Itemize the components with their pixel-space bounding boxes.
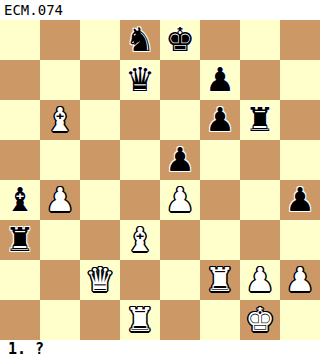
square-d6[interactable] (120, 100, 160, 140)
square-g5[interactable] (240, 140, 280, 180)
square-h7[interactable] (280, 60, 320, 100)
square-a5[interactable] (0, 140, 40, 180)
chess-board: ♞♚♛♟♝♟♜♟♝♟♟♟♜♝♛♜♟♟♜♚ (0, 20, 320, 340)
square-b7[interactable] (40, 60, 80, 100)
black-rook: ♜ (5, 220, 35, 260)
square-g2[interactable]: ♟ (240, 260, 280, 300)
square-f2[interactable]: ♜ (200, 260, 240, 300)
square-f8[interactable] (200, 20, 240, 60)
square-b5[interactable] (40, 140, 80, 180)
white-pawn: ♟ (245, 260, 275, 300)
square-e1[interactable] (160, 300, 200, 340)
chess-diagram: ECM.074 ♞♚♛♟♝♟♜♟♝♟♟♟♜♝♛♜♟♟♜♚ 1. ? (0, 0, 320, 360)
white-rook: ♜ (205, 260, 235, 300)
white-bishop: ♝ (125, 220, 155, 260)
square-e5[interactable]: ♟ (160, 140, 200, 180)
square-f1[interactable] (200, 300, 240, 340)
black-pawn: ♟ (205, 100, 235, 140)
black-rook: ♜ (245, 100, 275, 140)
square-f4[interactable] (200, 180, 240, 220)
white-rook: ♜ (125, 300, 155, 340)
square-c3[interactable] (80, 220, 120, 260)
square-h4[interactable]: ♟ (280, 180, 320, 220)
black-knight: ♞ (125, 20, 155, 60)
black-king: ♚ (165, 20, 195, 60)
square-g3[interactable] (240, 220, 280, 260)
square-b4[interactable]: ♟ (40, 180, 80, 220)
square-e7[interactable] (160, 60, 200, 100)
white-king: ♚ (245, 300, 275, 340)
square-b6[interactable]: ♝ (40, 100, 80, 140)
square-h2[interactable]: ♟ (280, 260, 320, 300)
square-c8[interactable] (80, 20, 120, 60)
square-d2[interactable] (120, 260, 160, 300)
square-g4[interactable] (240, 180, 280, 220)
square-f7[interactable]: ♟ (200, 60, 240, 100)
square-a1[interactable] (0, 300, 40, 340)
square-d1[interactable]: ♜ (120, 300, 160, 340)
square-c7[interactable] (80, 60, 120, 100)
square-c6[interactable] (80, 100, 120, 140)
square-b2[interactable] (40, 260, 80, 300)
square-d5[interactable] (120, 140, 160, 180)
square-b8[interactable] (40, 20, 80, 60)
square-e3[interactable] (160, 220, 200, 260)
square-d3[interactable]: ♝ (120, 220, 160, 260)
black-pawn: ♟ (285, 180, 315, 220)
square-h1[interactable] (280, 300, 320, 340)
square-g6[interactable]: ♜ (240, 100, 280, 140)
square-e6[interactable] (160, 100, 200, 140)
square-h5[interactable] (280, 140, 320, 180)
black-pawn: ♟ (205, 60, 235, 100)
diagram-title: ECM.074 (0, 0, 320, 20)
square-e2[interactable] (160, 260, 200, 300)
square-a4[interactable]: ♝ (0, 180, 40, 220)
square-d8[interactable]: ♞ (120, 20, 160, 60)
square-e8[interactable]: ♚ (160, 20, 200, 60)
white-pawn: ♟ (165, 180, 195, 220)
square-h8[interactable] (280, 20, 320, 60)
square-a2[interactable] (0, 260, 40, 300)
square-b3[interactable] (40, 220, 80, 260)
square-c4[interactable] (80, 180, 120, 220)
square-c2[interactable]: ♛ (80, 260, 120, 300)
square-a3[interactable]: ♜ (0, 220, 40, 260)
square-a8[interactable] (0, 20, 40, 60)
square-d4[interactable] (120, 180, 160, 220)
square-a7[interactable] (0, 60, 40, 100)
square-g8[interactable] (240, 20, 280, 60)
black-bishop: ♝ (5, 180, 35, 220)
square-g1[interactable]: ♚ (240, 300, 280, 340)
black-pawn: ♟ (165, 140, 195, 180)
black-queen: ♛ (125, 60, 155, 100)
move-prompt: 1. ? (0, 340, 320, 360)
square-g7[interactable] (240, 60, 280, 100)
square-b1[interactable] (40, 300, 80, 340)
square-f6[interactable]: ♟ (200, 100, 240, 140)
square-f5[interactable] (200, 140, 240, 180)
white-queen: ♛ (85, 260, 115, 300)
square-h6[interactable] (280, 100, 320, 140)
square-d7[interactable]: ♛ (120, 60, 160, 100)
square-a6[interactable] (0, 100, 40, 140)
white-pawn: ♟ (45, 180, 75, 220)
white-pawn: ♟ (285, 260, 315, 300)
square-h3[interactable] (280, 220, 320, 260)
square-e4[interactable]: ♟ (160, 180, 200, 220)
square-f3[interactable] (200, 220, 240, 260)
white-bishop: ♝ (45, 100, 75, 140)
square-c5[interactable] (80, 140, 120, 180)
square-c1[interactable] (80, 300, 120, 340)
